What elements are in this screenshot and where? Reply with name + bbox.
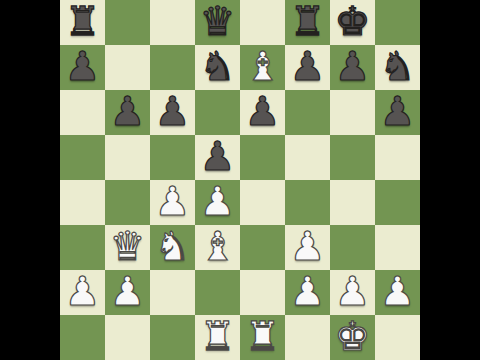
square-c5[interactable] — [150, 135, 195, 180]
piece-black-pawn[interactable]: ♟ — [110, 90, 146, 134]
square-e5[interactable] — [240, 135, 285, 180]
square-g5[interactable] — [330, 135, 375, 180]
square-d3[interactable]: ♝ — [195, 225, 240, 270]
square-b7[interactable] — [105, 45, 150, 90]
square-b5[interactable] — [105, 135, 150, 180]
square-d7[interactable]: ♞ — [195, 45, 240, 90]
square-h8[interactable] — [375, 0, 420, 45]
piece-white-pawn[interactable]: ♟ — [380, 270, 416, 314]
piece-black-pawn[interactable]: ♟ — [380, 90, 416, 134]
square-f1[interactable] — [285, 315, 330, 360]
piece-black-knight[interactable]: ♞ — [200, 45, 236, 89]
square-e1[interactable]: ♜ — [240, 315, 285, 360]
square-h6[interactable]: ♟ — [375, 90, 420, 135]
square-d1[interactable]: ♜ — [195, 315, 240, 360]
square-a3[interactable] — [60, 225, 105, 270]
square-d4[interactable]: ♟ — [195, 180, 240, 225]
square-c4[interactable]: ♟ — [150, 180, 195, 225]
square-d2[interactable] — [195, 270, 240, 315]
piece-white-pawn[interactable]: ♟ — [290, 225, 326, 269]
piece-black-king[interactable]: ♚ — [335, 0, 371, 44]
piece-black-queen[interactable]: ♛ — [200, 0, 236, 44]
piece-white-pawn[interactable]: ♟ — [200, 180, 236, 224]
square-a2[interactable]: ♟ — [60, 270, 105, 315]
piece-black-rook[interactable]: ♜ — [290, 0, 326, 44]
square-a6[interactable] — [60, 90, 105, 135]
piece-black-pawn[interactable]: ♟ — [65, 45, 101, 89]
square-b2[interactable]: ♟ — [105, 270, 150, 315]
piece-white-rook[interactable]: ♜ — [245, 315, 281, 359]
piece-black-pawn[interactable]: ♟ — [290, 45, 326, 89]
piece-black-pawn[interactable]: ♟ — [200, 135, 236, 179]
square-d6[interactable] — [195, 90, 240, 135]
square-h2[interactable]: ♟ — [375, 270, 420, 315]
square-g3[interactable] — [330, 225, 375, 270]
square-b8[interactable] — [105, 0, 150, 45]
square-c8[interactable] — [150, 0, 195, 45]
square-b6[interactable]: ♟ — [105, 90, 150, 135]
piece-white-bishop[interactable]: ♝ — [245, 45, 281, 89]
piece-white-pawn[interactable]: ♟ — [110, 270, 146, 314]
piece-black-knight[interactable]: ♞ — [380, 45, 416, 89]
square-e4[interactable] — [240, 180, 285, 225]
square-f8[interactable]: ♜ — [285, 0, 330, 45]
square-a8[interactable]: ♜ — [60, 0, 105, 45]
square-c2[interactable] — [150, 270, 195, 315]
square-e8[interactable] — [240, 0, 285, 45]
square-h1[interactable] — [375, 315, 420, 360]
square-a1[interactable] — [60, 315, 105, 360]
square-g4[interactable] — [330, 180, 375, 225]
square-f7[interactable]: ♟ — [285, 45, 330, 90]
square-d8[interactable]: ♛ — [195, 0, 240, 45]
square-g7[interactable]: ♟ — [330, 45, 375, 90]
square-a5[interactable] — [60, 135, 105, 180]
square-c1[interactable] — [150, 315, 195, 360]
square-f5[interactable] — [285, 135, 330, 180]
square-f3[interactable]: ♟ — [285, 225, 330, 270]
piece-white-rook[interactable]: ♜ — [200, 315, 236, 359]
piece-white-queen[interactable]: ♛ — [110, 225, 146, 269]
square-h5[interactable] — [375, 135, 420, 180]
piece-black-pawn[interactable]: ♟ — [155, 90, 191, 134]
chess-board: ♜♛♜♚♟♞♝♟♟♞♟♟♟♟♟♟♟♛♞♝♟♟♟♟♟♟♜♜♚ — [60, 0, 420, 360]
square-c7[interactable] — [150, 45, 195, 90]
square-b1[interactable] — [105, 315, 150, 360]
square-g6[interactable] — [330, 90, 375, 135]
square-h7[interactable]: ♞ — [375, 45, 420, 90]
square-e3[interactable] — [240, 225, 285, 270]
square-g2[interactable]: ♟ — [330, 270, 375, 315]
square-h3[interactable] — [375, 225, 420, 270]
square-f4[interactable] — [285, 180, 330, 225]
piece-white-pawn[interactable]: ♟ — [290, 270, 326, 314]
square-f2[interactable]: ♟ — [285, 270, 330, 315]
square-b4[interactable] — [105, 180, 150, 225]
square-f6[interactable] — [285, 90, 330, 135]
square-e6[interactable]: ♟ — [240, 90, 285, 135]
piece-white-pawn[interactable]: ♟ — [155, 180, 191, 224]
square-a4[interactable] — [60, 180, 105, 225]
square-g8[interactable]: ♚ — [330, 0, 375, 45]
piece-white-knight[interactable]: ♞ — [155, 225, 191, 269]
square-g1[interactable]: ♚ — [330, 315, 375, 360]
square-e7[interactable]: ♝ — [240, 45, 285, 90]
square-c6[interactable]: ♟ — [150, 90, 195, 135]
piece-black-pawn[interactable]: ♟ — [245, 90, 281, 134]
square-b3[interactable]: ♛ — [105, 225, 150, 270]
piece-white-bishop[interactable]: ♝ — [200, 225, 236, 269]
piece-white-pawn[interactable]: ♟ — [65, 270, 101, 314]
piece-white-pawn[interactable]: ♟ — [335, 270, 371, 314]
piece-white-king[interactable]: ♚ — [335, 315, 371, 359]
piece-black-rook[interactable]: ♜ — [65, 0, 101, 44]
piece-black-pawn[interactable]: ♟ — [335, 45, 371, 89]
video-frame: ♜♛♜♚♟♞♝♟♟♞♟♟♟♟♟♟♟♛♞♝♟♟♟♟♟♟♜♜♚ — [0, 0, 480, 360]
square-a7[interactable]: ♟ — [60, 45, 105, 90]
square-h4[interactable] — [375, 180, 420, 225]
square-e2[interactable] — [240, 270, 285, 315]
square-c3[interactable]: ♞ — [150, 225, 195, 270]
square-d5[interactable]: ♟ — [195, 135, 240, 180]
